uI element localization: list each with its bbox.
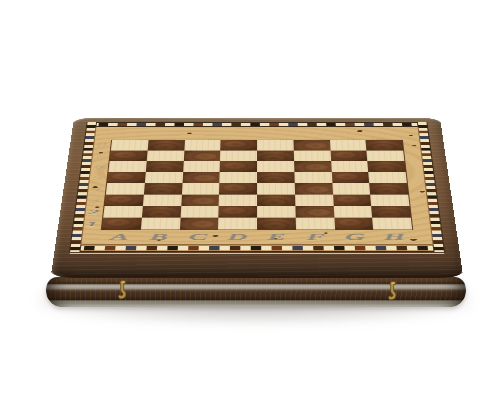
square-b8[interactable] <box>147 140 184 151</box>
square-f4[interactable] <box>294 183 332 194</box>
square-e2[interactable] <box>257 206 295 218</box>
square-c1[interactable] <box>179 218 218 230</box>
square-a4[interactable] <box>106 183 145 194</box>
square-e1[interactable] <box>257 218 296 230</box>
rank-label-3: 3 <box>85 195 105 207</box>
square-c8[interactable] <box>184 140 221 151</box>
square-g1[interactable] <box>334 218 373 230</box>
square-f2[interactable] <box>295 206 334 218</box>
square-b5[interactable] <box>145 172 183 183</box>
square-e3[interactable] <box>257 194 295 205</box>
file-label-e: E <box>257 230 296 245</box>
chessboard-lid-top: ABCDEFGH 87654321 <box>51 118 464 278</box>
square-a8[interactable] <box>111 140 148 151</box>
rank-label-1: 1 <box>82 218 102 230</box>
mosaic-border-bottom <box>69 245 445 252</box>
file-label-d: D <box>218 230 257 245</box>
square-d6[interactable] <box>220 161 257 172</box>
square-f1[interactable] <box>295 218 334 230</box>
rank-label-2: 2 <box>84 206 104 218</box>
square-g6[interactable] <box>331 161 369 172</box>
file-label-g: G <box>335 230 375 245</box>
square-g8[interactable] <box>329 140 366 151</box>
square-f6[interactable] <box>294 161 331 172</box>
square-g3[interactable] <box>333 194 372 205</box>
file-label-f: F <box>296 230 336 245</box>
file-label-c: C <box>178 230 218 245</box>
square-f3[interactable] <box>295 194 333 205</box>
square-g7[interactable] <box>330 150 367 161</box>
square-f7[interactable] <box>294 150 331 161</box>
wood-knot <box>187 133 192 134</box>
square-a1[interactable] <box>102 218 142 230</box>
square-e8[interactable] <box>257 140 294 151</box>
brass-clasp-right-icon <box>387 281 399 301</box>
rank-label-7: 7 <box>91 150 110 161</box>
square-h8[interactable] <box>366 140 403 151</box>
square-h3[interactable] <box>370 194 409 205</box>
square-e4[interactable] <box>257 183 295 194</box>
square-a3[interactable] <box>105 194 144 205</box>
square-h5[interactable] <box>368 172 406 183</box>
rank-label-5: 5 <box>88 172 107 183</box>
square-a2[interactable] <box>103 206 142 218</box>
square-g2[interactable] <box>333 206 372 218</box>
wood-knot <box>357 130 363 132</box>
square-c6[interactable] <box>183 161 220 172</box>
square-h2[interactable] <box>371 206 410 218</box>
square-d7[interactable] <box>220 150 257 161</box>
square-h7[interactable] <box>367 150 405 161</box>
square-a6[interactable] <box>108 161 146 172</box>
square-d5[interactable] <box>220 172 257 183</box>
product-photo-scene: ABCDEFGH 87654321 <box>0 0 500 400</box>
square-d3[interactable] <box>219 194 257 205</box>
square-c2[interactable] <box>180 206 219 218</box>
square-e5[interactable] <box>257 172 294 183</box>
rank-label-6: 6 <box>90 161 109 172</box>
wood-knot <box>420 191 425 193</box>
square-g4[interactable] <box>332 183 370 194</box>
square-f5[interactable] <box>294 172 332 183</box>
square-b1[interactable] <box>141 218 180 230</box>
square-e7[interactable] <box>257 150 294 161</box>
square-c7[interactable] <box>183 150 220 161</box>
square-b4[interactable] <box>144 183 182 194</box>
file-label-h: H <box>374 230 415 245</box>
square-d8[interactable] <box>220 140 257 151</box>
square-b2[interactable] <box>142 206 181 218</box>
file-label-b: B <box>139 230 179 245</box>
brass-clasp-left-icon <box>117 280 129 300</box>
square-b6[interactable] <box>146 161 184 172</box>
square-h1[interactable] <box>372 218 412 230</box>
wood-knot <box>409 135 413 136</box>
square-h4[interactable] <box>369 183 408 194</box>
square-g5[interactable] <box>331 172 369 183</box>
square-d2[interactable] <box>219 206 257 218</box>
rank-label-4: 4 <box>87 183 106 194</box>
square-f8[interactable] <box>293 140 330 151</box>
square-e6[interactable] <box>257 161 294 172</box>
file-label-a: A <box>99 230 140 245</box>
file-labels: ABCDEFGH <box>99 230 415 245</box>
rank-label-8: 8 <box>92 140 111 151</box>
square-h6[interactable] <box>368 161 406 172</box>
square-a7[interactable] <box>110 150 148 161</box>
square-b3[interactable] <box>143 194 182 205</box>
chessboard <box>101 140 413 230</box>
square-c5[interactable] <box>182 172 220 183</box>
case-front-edge <box>46 277 466 307</box>
square-c4[interactable] <box>181 183 219 194</box>
square-b7[interactable] <box>146 150 183 161</box>
square-d4[interactable] <box>219 183 257 194</box>
inlay-pinstripe <box>70 253 444 254</box>
square-d1[interactable] <box>218 218 257 230</box>
wood-knot <box>412 145 416 147</box>
square-c3[interactable] <box>181 194 219 205</box>
square-a5[interactable] <box>107 172 145 183</box>
